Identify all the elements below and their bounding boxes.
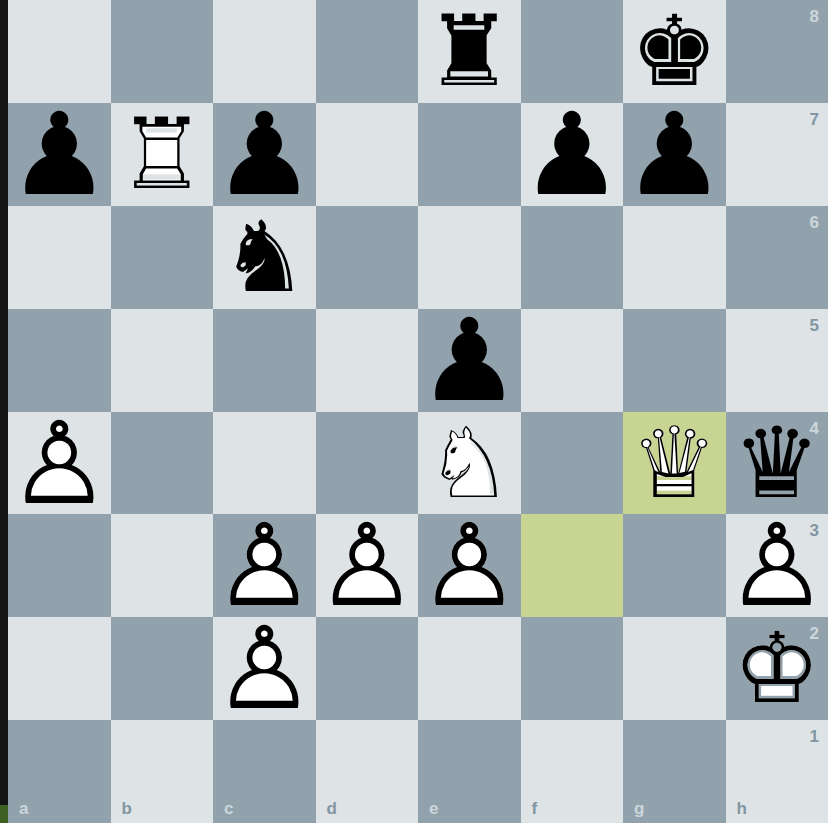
black-rook[interactable]: ♜ (418, 0, 521, 103)
square-b6[interactable] (111, 206, 214, 309)
square-f5[interactable] (521, 309, 624, 412)
rank-label-5: 5 (810, 317, 819, 334)
square-g4[interactable]: ♛♕ (623, 412, 726, 515)
white-pawn[interactable]: ♟♙ (316, 514, 419, 617)
square-d7[interactable] (316, 103, 419, 206)
square-e5[interactable]: ♟ (418, 309, 521, 412)
square-h1[interactable]: 1h (726, 720, 828, 823)
white-pawn[interactable]: ♟♙ (726, 514, 828, 617)
square-e2[interactable] (418, 617, 521, 720)
white-king-outline: ♔ (726, 617, 828, 720)
rank-label-8: 8 (810, 8, 819, 25)
square-e1[interactable]: e (418, 720, 521, 823)
file-label-h: h (737, 800, 747, 817)
file-label-b: b (122, 800, 132, 817)
black-pawn[interactable]: ♟ (8, 103, 111, 206)
file-label-d: d (327, 800, 337, 817)
black-pawn-glyph: ♟ (8, 103, 111, 206)
white-queen[interactable]: ♛♕ (623, 412, 726, 515)
rank-label-6: 6 (810, 214, 819, 231)
square-d1[interactable]: d (316, 720, 419, 823)
file-label-e: e (429, 800, 438, 817)
square-e8[interactable]: ♜ (418, 0, 521, 103)
white-pawn-outline: ♙ (726, 514, 828, 617)
square-e7[interactable] (418, 103, 521, 206)
rank-label-7: 7 (810, 111, 819, 128)
white-rook[interactable]: ♜♖ (111, 103, 214, 206)
file-label-g: g (634, 800, 644, 817)
square-a6[interactable] (8, 206, 111, 309)
white-rook-outline: ♖ (111, 103, 214, 206)
square-e3[interactable]: ♟♙ (418, 514, 521, 617)
black-pawn[interactable]: ♟ (623, 103, 726, 206)
white-pawn-outline: ♙ (418, 514, 521, 617)
square-d6[interactable] (316, 206, 419, 309)
square-c7[interactable]: ♟ (213, 103, 316, 206)
square-h5[interactable]: 5 (726, 309, 828, 412)
black-rook-glyph: ♜ (418, 0, 521, 103)
file-label-a: a (19, 800, 28, 817)
square-g6[interactable] (623, 206, 726, 309)
file-label-c: c (224, 800, 233, 817)
square-h8[interactable]: 8 (726, 0, 828, 103)
square-f6[interactable] (521, 206, 624, 309)
square-h3[interactable]: 3♟♙ (726, 514, 828, 617)
square-d2[interactable] (316, 617, 419, 720)
black-knight-glyph: ♞ (213, 206, 316, 309)
square-a2[interactable] (8, 617, 111, 720)
square-b5[interactable] (111, 309, 214, 412)
square-b2[interactable] (111, 617, 214, 720)
square-h2[interactable]: 2♚♔ (726, 617, 828, 720)
square-a4[interactable]: ♟♙ (8, 412, 111, 515)
square-g2[interactable] (623, 617, 726, 720)
square-c2[interactable]: ♟♙ (213, 617, 316, 720)
square-g3[interactable] (623, 514, 726, 617)
square-g1[interactable]: g (623, 720, 726, 823)
square-h6[interactable]: 6 (726, 206, 828, 309)
black-pawn[interactable]: ♟ (418, 309, 521, 412)
white-pawn[interactable]: ♟♙ (418, 514, 521, 617)
white-pawn[interactable]: ♟♙ (213, 617, 316, 720)
black-pawn-glyph: ♟ (521, 103, 624, 206)
square-g5[interactable] (623, 309, 726, 412)
black-knight[interactable]: ♞ (213, 206, 316, 309)
edge-strip-accent (0, 805, 8, 823)
square-f2[interactable] (521, 617, 624, 720)
square-g7[interactable]: ♟ (623, 103, 726, 206)
square-b1[interactable]: b (111, 720, 214, 823)
white-pawn-outline: ♙ (213, 617, 316, 720)
square-f1[interactable]: f (521, 720, 624, 823)
square-b7[interactable]: ♜♖ (111, 103, 214, 206)
square-d5[interactable] (316, 309, 419, 412)
black-pawn-glyph: ♟ (418, 309, 521, 412)
square-a1[interactable]: a (8, 720, 111, 823)
black-pawn[interactable]: ♟ (521, 103, 624, 206)
square-b4[interactable] (111, 412, 214, 515)
chess-app-viewport: ♜♚8♟♜♖♟♟♟7♞6♟5♟♙♞♘♛♕4♛♟♙♟♙♟♙3♟♙♟♙2♚♔abcd… (0, 0, 828, 823)
white-king[interactable]: ♚♔ (726, 617, 828, 720)
file-label-f: f (532, 800, 538, 817)
square-f4[interactable] (521, 412, 624, 515)
white-queen-outline: ♕ (623, 412, 726, 515)
square-f3[interactable] (521, 514, 624, 617)
white-pawn[interactable]: ♟♙ (8, 412, 111, 515)
black-pawn-glyph: ♟ (623, 103, 726, 206)
square-d8[interactable] (316, 0, 419, 103)
black-pawn-glyph: ♟ (213, 103, 316, 206)
square-b3[interactable] (111, 514, 214, 617)
square-d3[interactable]: ♟♙ (316, 514, 419, 617)
chess-board: ♜♚8♟♜♖♟♟♟7♞6♟5♟♙♞♘♛♕4♛♟♙♟♙♟♙3♟♙♟♙2♚♔abcd… (8, 0, 828, 823)
square-b8[interactable] (111, 0, 214, 103)
square-f7[interactable]: ♟ (521, 103, 624, 206)
square-a7[interactable]: ♟ (8, 103, 111, 206)
square-c5[interactable] (213, 309, 316, 412)
white-pawn-outline: ♙ (316, 514, 419, 617)
rank-label-1: 1 (810, 728, 819, 745)
white-pawn-outline: ♙ (8, 412, 111, 515)
square-a3[interactable] (8, 514, 111, 617)
square-c1[interactable]: c (213, 720, 316, 823)
square-c6[interactable]: ♞ (213, 206, 316, 309)
window-edge-strip (0, 0, 8, 823)
black-pawn[interactable]: ♟ (213, 103, 316, 206)
square-h7[interactable]: 7 (726, 103, 828, 206)
